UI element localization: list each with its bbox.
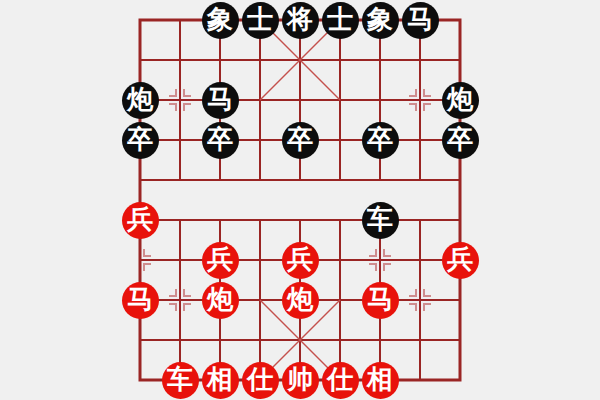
piece-black-horse[interactable]: 马 bbox=[202, 82, 239, 119]
piece-black-elephant[interactable]: 象 bbox=[202, 2, 239, 39]
board-point: 相 bbox=[200, 360, 240, 400]
piece-black-elephant[interactable]: 象 bbox=[362, 2, 399, 39]
piece-red-soldier[interactable]: 兵 bbox=[122, 202, 159, 239]
piece-black-soldier[interactable]: 卒 bbox=[282, 122, 319, 159]
piece-red-elephant[interactable]: 相 bbox=[362, 362, 399, 399]
piece-black-chariot[interactable]: 车 bbox=[362, 202, 399, 239]
board-point: 车 bbox=[360, 200, 400, 240]
board-point: 炮 bbox=[120, 80, 160, 120]
piece-red-horse[interactable]: 马 bbox=[362, 282, 399, 319]
board-point: 炮 bbox=[440, 80, 480, 120]
piece-black-horse[interactable]: 马 bbox=[402, 2, 439, 39]
board-point: 马 bbox=[200, 80, 240, 120]
piece-black-general[interactable]: 将 bbox=[282, 2, 319, 39]
board-point: 象 bbox=[200, 0, 240, 40]
board-point: 兵 bbox=[200, 240, 240, 280]
piece-black-advisor[interactable]: 士 bbox=[322, 2, 359, 39]
board-point: 士 bbox=[320, 0, 360, 40]
piece-black-soldier[interactable]: 卒 bbox=[122, 122, 159, 159]
board-point: 兵 bbox=[440, 240, 480, 280]
piece-red-horse[interactable]: 马 bbox=[122, 282, 159, 319]
board-point: 马 bbox=[120, 280, 160, 320]
piece-black-cannon[interactable]: 炮 bbox=[122, 82, 159, 119]
piece-red-soldier[interactable]: 兵 bbox=[442, 242, 479, 279]
board-point: 车 bbox=[160, 360, 200, 400]
piece-red-soldier[interactable]: 兵 bbox=[282, 242, 319, 279]
board-point: 卒 bbox=[360, 120, 400, 160]
board-point: 卒 bbox=[280, 120, 320, 160]
xiangqi-board[interactable]: 象士将士象马炮马炮卒卒卒卒卒车兵兵兵兵马炮炮马车相仕帅仕相 bbox=[0, 0, 600, 400]
board-point: 帅 bbox=[280, 360, 320, 400]
board-point: 兵 bbox=[120, 200, 160, 240]
board-point: 马 bbox=[400, 0, 440, 40]
board-point: 兵 bbox=[280, 240, 320, 280]
piece-black-cannon[interactable]: 炮 bbox=[442, 82, 479, 119]
piece-red-chariot[interactable]: 车 bbox=[162, 362, 199, 399]
piece-red-advisor[interactable]: 仕 bbox=[242, 362, 279, 399]
piece-red-elephant[interactable]: 相 bbox=[202, 362, 239, 399]
piece-red-soldier[interactable]: 兵 bbox=[202, 242, 239, 279]
board-point: 相 bbox=[360, 360, 400, 400]
piece-red-advisor[interactable]: 仕 bbox=[322, 362, 359, 399]
board-point: 卒 bbox=[120, 120, 160, 160]
board-point: 士 bbox=[240, 0, 280, 40]
board-point: 炮 bbox=[280, 280, 320, 320]
piece-black-soldier[interactable]: 卒 bbox=[362, 122, 399, 159]
piece-red-general[interactable]: 帅 bbox=[282, 362, 319, 399]
piece-black-advisor[interactable]: 士 bbox=[242, 2, 279, 39]
board-point: 将 bbox=[280, 0, 320, 40]
board-point: 卒 bbox=[440, 120, 480, 160]
piece-black-soldier[interactable]: 卒 bbox=[442, 122, 479, 159]
board-point: 马 bbox=[360, 280, 400, 320]
board-point: 仕 bbox=[320, 360, 360, 400]
piece-black-soldier[interactable]: 卒 bbox=[202, 122, 239, 159]
board-point: 仕 bbox=[240, 360, 280, 400]
board-point: 象 bbox=[360, 0, 400, 40]
pieces-layer: 象士将士象马炮马炮卒卒卒卒卒车兵兵兵兵马炮炮马车相仕帅仕相 bbox=[120, 0, 480, 400]
board-point: 炮 bbox=[200, 280, 240, 320]
board-point: 卒 bbox=[200, 120, 240, 160]
piece-red-cannon[interactable]: 炮 bbox=[202, 282, 239, 319]
piece-red-cannon[interactable]: 炮 bbox=[282, 282, 319, 319]
